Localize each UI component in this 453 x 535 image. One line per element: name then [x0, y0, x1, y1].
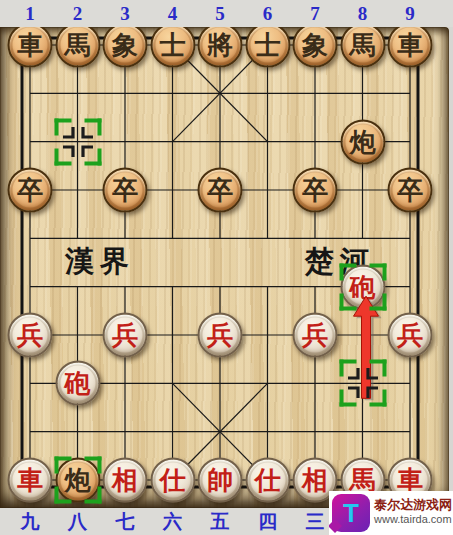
watermark: T 泰尔达游戏网 www.tairda.com: [329, 491, 453, 535]
piece-black-cannon[interactable]: 炮: [340, 119, 385, 164]
piece-black-elephant[interactable]: 象: [103, 23, 148, 68]
piece-black-horse[interactable]: 馬: [340, 23, 385, 68]
piece-black-advisor[interactable]: 士: [150, 23, 195, 68]
piece-glyph: 兵: [17, 317, 43, 352]
piece-red-soldier[interactable]: 兵: [8, 312, 53, 357]
piece-black-advisor[interactable]: 士: [245, 23, 290, 68]
piece-glyph: 帥: [207, 462, 233, 497]
piece-glyph: 卒: [17, 172, 43, 207]
piece-black-chariot[interactable]: 車: [388, 23, 433, 68]
file-label-top-1: 1: [25, 0, 35, 27]
file-label-top-7: 7: [310, 0, 320, 27]
piece-glyph: 砲: [350, 269, 376, 304]
piece-red-elephant[interactable]: 相: [103, 457, 148, 502]
watermark-logo-icon: T: [332, 494, 370, 532]
river-label-hanjie: 漢界: [65, 242, 135, 282]
piece-black-soldier[interactable]: 卒: [293, 167, 338, 212]
watermark-site-name: 泰尔达游戏网: [374, 496, 452, 514]
piece-red-advisor[interactable]: 仕: [245, 457, 290, 502]
piece-black-elephant[interactable]: 象: [293, 23, 338, 68]
file-label-top-3: 3: [120, 0, 130, 27]
piece-black-general[interactable]: 將: [198, 23, 243, 68]
piece-glyph: 兵: [207, 317, 233, 352]
piece-glyph: 砲: [65, 366, 91, 401]
piece-glyph: 炮: [350, 124, 376, 159]
piece-red-soldier[interactable]: 兵: [103, 312, 148, 357]
piece-glyph: 卒: [397, 172, 423, 207]
piece-glyph: 相: [302, 462, 328, 497]
file-label-top-8: 8: [358, 0, 368, 27]
piece-glyph: 象: [112, 28, 138, 63]
piece-black-chariot[interactable]: 車: [8, 23, 53, 68]
piece-glyph: 馬: [350, 28, 376, 63]
top-coordinates-strip: 123456789: [0, 0, 453, 27]
file-label-top-6: 6: [263, 0, 273, 27]
xiangqi-app: 漢界 楚河 123456789 九八七六五四三二一 車馬象士將士象馬車炮卒卒卒卒…: [0, 0, 453, 535]
file-label-bottom-5: 五: [211, 508, 230, 535]
file-label-bottom-1: 九: [21, 508, 40, 535]
piece-glyph: 士: [255, 28, 281, 63]
piece-red-soldier[interactable]: 兵: [388, 312, 433, 357]
piece-red-general[interactable]: 帥: [198, 457, 243, 502]
watermark-url: www.tairda.com: [374, 513, 452, 525]
piece-glyph: 兵: [397, 317, 423, 352]
piece-glyph: 炮: [65, 462, 91, 497]
piece-black-soldier[interactable]: 卒: [103, 167, 148, 212]
file-label-bottom-2: 八: [68, 508, 87, 535]
file-label-top-4: 4: [168, 0, 178, 27]
piece-black-horse[interactable]: 馬: [55, 23, 100, 68]
piece-red-chariot[interactable]: 車: [8, 457, 53, 502]
piece-glyph: 卒: [112, 172, 138, 207]
file-label-bottom-3: 七: [116, 508, 135, 535]
piece-red-advisor[interactable]: 仕: [150, 457, 195, 502]
piece-glyph: 卒: [302, 172, 328, 207]
piece-glyph: 車: [17, 462, 43, 497]
piece-black-soldier[interactable]: 卒: [8, 167, 53, 212]
piece-red-cannon[interactable]: 砲: [55, 361, 100, 406]
piece-glyph: 相: [112, 462, 138, 497]
piece-black-cannon[interactable]: 炮: [55, 457, 100, 502]
piece-glyph: 仕: [255, 462, 281, 497]
piece-glyph: 兵: [112, 317, 138, 352]
piece-glyph: 卒: [207, 172, 233, 207]
piece-glyph: 馬: [65, 28, 91, 63]
piece-glyph: 車: [397, 28, 423, 63]
piece-glyph: 將: [207, 28, 233, 63]
file-label-bottom-6: 四: [258, 508, 277, 535]
piece-glyph: 仕: [160, 462, 186, 497]
file-label-top-9: 9: [405, 0, 415, 27]
piece-glyph: 車: [17, 28, 43, 63]
piece-red-cannon[interactable]: 砲: [340, 264, 385, 309]
file-label-top-2: 2: [73, 0, 83, 27]
piece-black-soldier[interactable]: 卒: [388, 167, 433, 212]
file-label-bottom-7: 三: [306, 508, 325, 535]
piece-glyph: 象: [302, 28, 328, 63]
piece-red-soldier[interactable]: 兵: [198, 312, 243, 357]
piece-black-soldier[interactable]: 卒: [198, 167, 243, 212]
piece-glyph: 士: [160, 28, 186, 63]
piece-glyph: 兵: [302, 317, 328, 352]
file-label-bottom-4: 六: [163, 508, 182, 535]
file-label-top-5: 5: [215, 0, 225, 27]
piece-red-soldier[interactable]: 兵: [293, 312, 338, 357]
